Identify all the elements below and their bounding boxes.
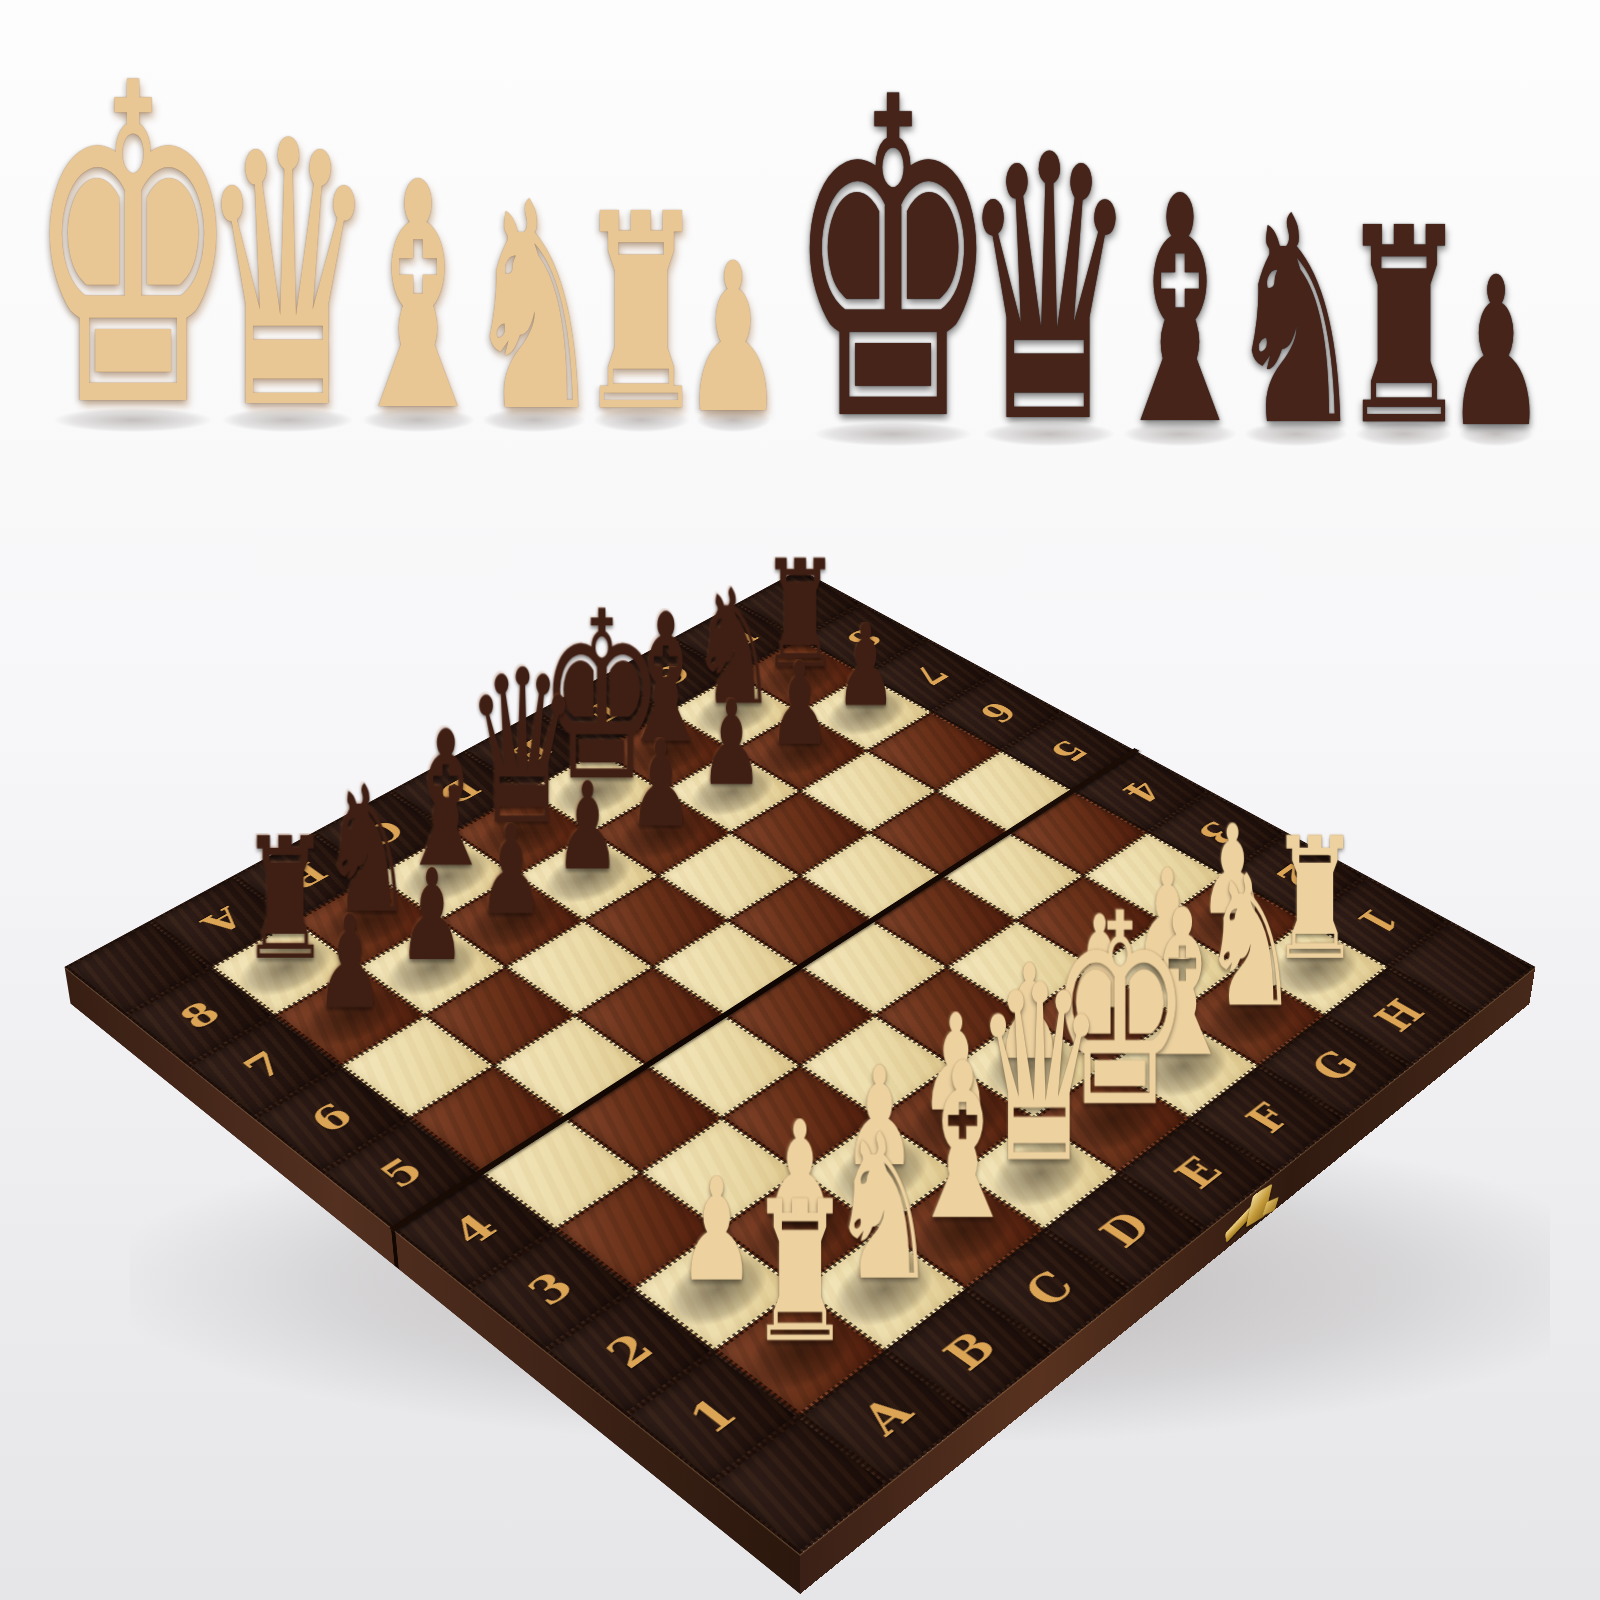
box-side-seam [391, 1229, 399, 1269]
label-text: 4 [442, 1206, 508, 1254]
label-text: D [1088, 1203, 1162, 1255]
label-text: 6 [970, 696, 1025, 728]
board-scene: ABCDEFGH8877665544332211ABCDEFGH♜♞♝♛♚♝♞♜… [0, 0, 1600, 1600]
label-text: B [932, 1323, 1008, 1380]
label-text: 5 [370, 1150, 434, 1196]
label-text: 1 [677, 1388, 748, 1443]
chessboard: ABCDEFGH8877665544332211ABCDEFGH♜♞♝♛♚♝♞♜… [65, 569, 1536, 1554]
label-text: C [1013, 1263, 1086, 1316]
label-text: 5 [1040, 735, 1096, 768]
label-text: A [849, 1387, 924, 1444]
label-text: G [1300, 1043, 1370, 1089]
label-text: F [1235, 1096, 1302, 1141]
piece-white-rook-a1: ♜ [731, 1195, 870, 1350]
label-text: 2 [595, 1325, 665, 1377]
label-text: H [1364, 992, 1435, 1038]
clasp-plate-icon [1246, 1183, 1273, 1227]
label-text: 8 [170, 995, 230, 1036]
piece-black-pawn-a7: ♟ [289, 913, 411, 1016]
label-text: 3 [517, 1264, 585, 1314]
brass-clasp [1223, 1169, 1287, 1251]
clasp-hook-icon [1262, 1197, 1278, 1216]
label-text: 4 [1113, 774, 1171, 808]
label-text: 6 [300, 1096, 363, 1140]
label-text: E [1164, 1149, 1234, 1197]
label-text: 7 [234, 1045, 295, 1087]
